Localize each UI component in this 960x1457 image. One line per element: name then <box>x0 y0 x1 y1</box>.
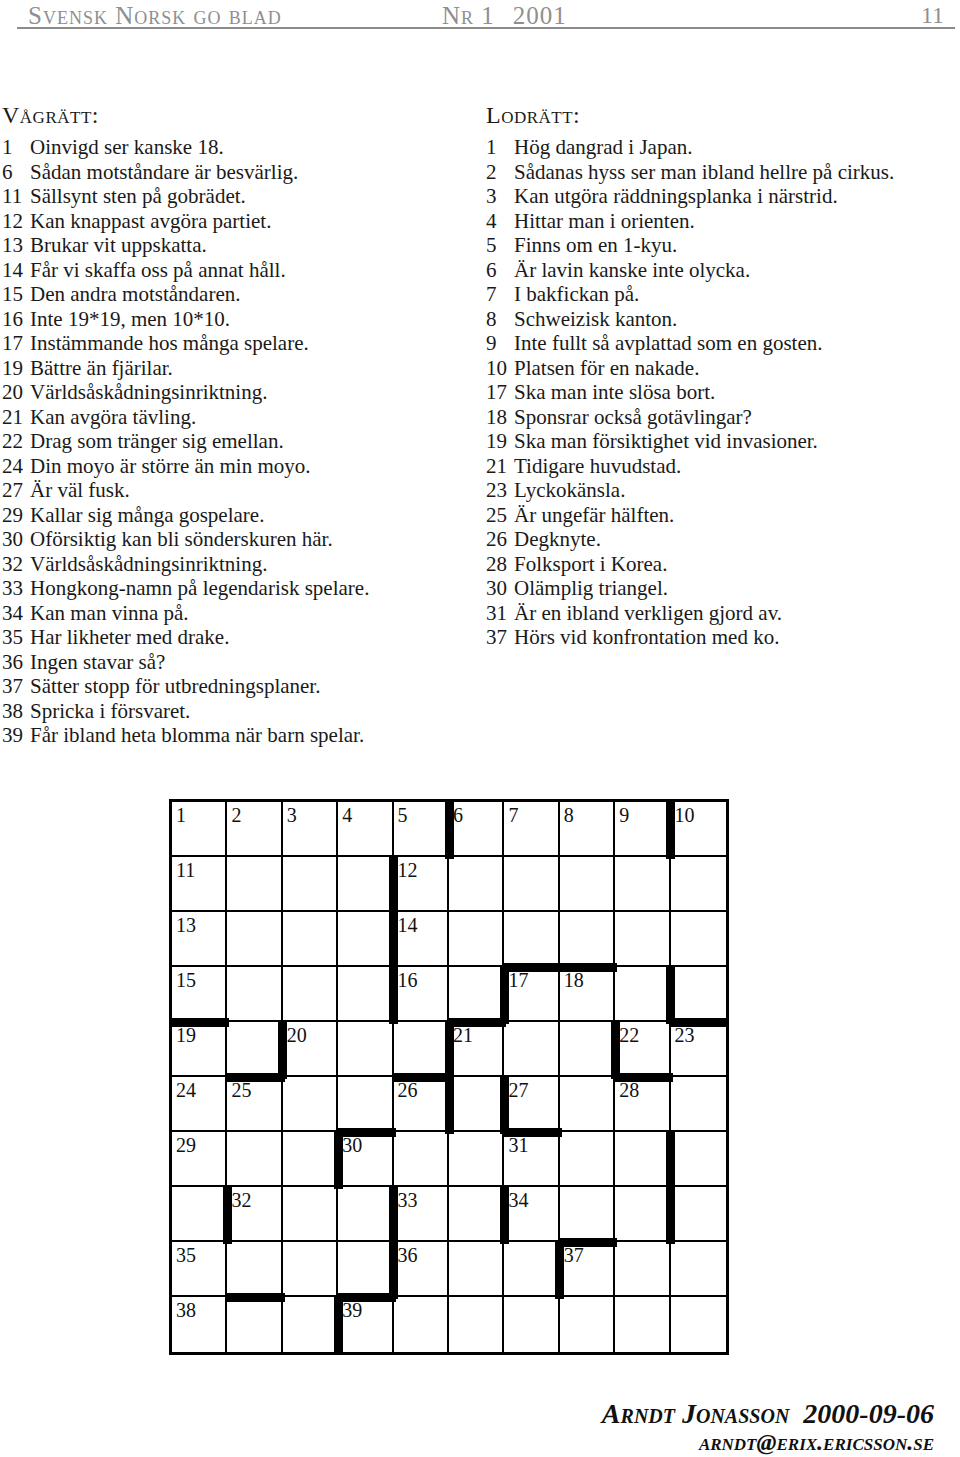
grid-cell[interactable] <box>227 912 282 967</box>
grid-cell[interactable] <box>449 1297 504 1352</box>
clue-number: 10 <box>486 356 514 381</box>
clue-row: 38Spricka i försvaret. <box>2 699 480 724</box>
cell-number: 3 <box>287 804 297 826</box>
clue-text: Den andra motståndaren. <box>30 282 480 307</box>
word-separator-bar <box>225 1293 284 1302</box>
clue-row: 19Bättre än fjärilar. <box>2 356 480 381</box>
cell-number: 1 <box>176 804 186 826</box>
clue-text: Sponsrar också gotävlingar? <box>514 405 958 430</box>
grid-cell[interactable] <box>615 1242 670 1297</box>
grid-cell[interactable] <box>449 1187 504 1242</box>
clue-text: Sådan motståndare är besvärlig. <box>30 160 480 185</box>
grid-cell[interactable] <box>227 967 282 1022</box>
clue-row: 2Sådanas hyss ser man ibland hellre på c… <box>486 160 958 185</box>
grid-cell[interactable] <box>338 1187 393 1242</box>
clue-number: 9 <box>486 331 514 356</box>
grid-cell[interactable] <box>560 1022 615 1077</box>
cell-number: 14 <box>398 914 418 936</box>
clue-text: Sätter stopp för utbredningsplaner. <box>30 674 480 699</box>
clue-row: 11Sällsynt sten på gobrädet. <box>2 184 480 209</box>
cell-number: 32 <box>231 1189 251 1211</box>
cell-number: 17 <box>508 969 528 991</box>
clue-row: 16Inte 19*19, men 10*10. <box>2 307 480 332</box>
grid-cell[interactable] <box>560 857 615 912</box>
clue-number: 24 <box>2 454 30 479</box>
clue-text: Instämmande hos många spelare. <box>30 331 480 356</box>
down-clues-title: Lodrätt: <box>486 101 958 129</box>
clue-text: Oinvigd ser kanske 18. <box>30 135 480 160</box>
cell-number: 4 <box>342 804 352 826</box>
clue-number: 1 <box>2 135 30 160</box>
clue-row: 6Sådan motståndare är besvärlig. <box>2 160 480 185</box>
grid-cell[interactable] <box>504 912 559 967</box>
clue-text: Hittar man i orienten. <box>514 209 958 234</box>
clue-number: 14 <box>2 258 30 283</box>
cell-number: 24 <box>176 1079 196 1101</box>
down-clues-list: 1Hög dangrad i Japan.2Sådanas hyss ser m… <box>486 135 958 650</box>
grid-cell[interactable] <box>615 1297 670 1352</box>
cell-number: 7 <box>508 804 518 826</box>
page-number: 11 <box>921 2 944 29</box>
cell-number: 28 <box>619 1079 639 1101</box>
clue-number: 3 <box>486 184 514 209</box>
grid-cell[interactable] <box>283 1187 338 1242</box>
clue-row: 13Brukar vit uppskatta. <box>2 233 480 258</box>
cell-number: 15 <box>176 969 196 991</box>
clue-number: 23 <box>486 478 514 503</box>
clue-text: Schweizisk kanton. <box>514 307 958 332</box>
clue-number: 28 <box>486 552 514 577</box>
issue-number: Nr 1 <box>442 2 495 29</box>
cell-number: 11 <box>176 859 195 881</box>
cell-number: 9 <box>619 804 629 826</box>
clue-number: 33 <box>2 576 30 601</box>
grid-cell[interactable] <box>394 1297 449 1352</box>
grid-cell[interactable] <box>394 1022 449 1077</box>
cell-number: 18 <box>564 969 584 991</box>
clue-number: 31 <box>486 601 514 626</box>
clue-number: 30 <box>486 576 514 601</box>
cell-number: 25 <box>231 1079 251 1101</box>
grid-cell[interactable] <box>449 1242 504 1297</box>
cell-number: 36 <box>398 1244 418 1266</box>
clue-text: Finns om en 1-kyu. <box>514 233 958 258</box>
grid-cell[interactable] <box>227 1242 282 1297</box>
clue-text: Degknyte. <box>514 527 958 552</box>
grid-cell[interactable] <box>283 1297 338 1352</box>
clue-row: 34Kan man vinna på. <box>2 601 480 626</box>
grid-cell[interactable] <box>615 1132 670 1187</box>
clue-text: Kan man vinna på. <box>30 601 480 626</box>
clue-text: Hongkong-namn på legendarisk spelare. <box>30 576 480 601</box>
cell-number: 5 <box>398 804 408 826</box>
clue-row: 32Världsåskådningsinriktning. <box>2 552 480 577</box>
clue-number: 2 <box>486 160 514 185</box>
grid-cell[interactable] <box>394 1132 449 1187</box>
clue-row: 31Är en ibland verkligen gjord av. <box>486 601 958 626</box>
cell-number: 13 <box>176 914 196 936</box>
clue-row: 23Lyckokänsla. <box>486 478 958 503</box>
magazine-page: Svensk Norsk go blad Nr 12001 11 Vågrätt… <box>0 0 960 1457</box>
clue-text: Sällsynt sten på gobrädet. <box>30 184 480 209</box>
across-clues-column: Vågrätt: 1Oinvigd ser kanske 18.6Sådan m… <box>2 101 480 748</box>
grid-cell[interactable] <box>671 1132 726 1187</box>
clue-number: 29 <box>2 503 30 528</box>
clue-text: Ska man försiktighet vid invasioner. <box>514 429 958 454</box>
clue-text: Kallar sig många gospelare. <box>30 503 480 528</box>
clue-row: 12Kan knappast avgöra partiet. <box>2 209 480 234</box>
clue-number: 19 <box>2 356 30 381</box>
down-clues-column: Lodrätt: 1Hög dangrad i Japan.2Sådanas h… <box>486 101 958 650</box>
clue-text: Kan avgöra tävling. <box>30 405 480 430</box>
clue-number: 34 <box>2 601 30 626</box>
grid-cell[interactable] <box>615 1187 670 1242</box>
clue-row: 25Är ungefär hälften. <box>486 503 958 528</box>
clue-number: 5 <box>486 233 514 258</box>
clue-number: 11 <box>2 184 30 209</box>
grid-cell[interactable] <box>227 1022 282 1077</box>
cell-number: 20 <box>287 1024 307 1046</box>
cell-number: 10 <box>675 804 695 826</box>
clue-number: 6 <box>2 160 30 185</box>
clue-number: 15 <box>2 282 30 307</box>
grid-cell[interactable] <box>338 967 393 1022</box>
cell-number: 35 <box>176 1244 196 1266</box>
magazine-title: Svensk Norsk go blad <box>28 2 282 30</box>
grid-cell[interactable] <box>560 912 615 967</box>
cell-number: 12 <box>398 859 418 881</box>
cell-number: 38 <box>176 1299 196 1321</box>
clue-text: Kan utgöra räddningsplanka i närstrid. <box>514 184 958 209</box>
clue-text: Är ungefär hälften. <box>514 503 958 528</box>
clue-text: Hörs vid konfrontation med ko. <box>514 625 958 650</box>
clue-row: 1Oinvigd ser kanske 18. <box>2 135 480 160</box>
clue-row: 17Ska man inte slösa bort. <box>486 380 958 405</box>
cell-number: 29 <box>176 1134 196 1156</box>
across-clues-title: Vågrätt: <box>2 101 480 129</box>
clue-row: 36Ingen stavar så? <box>2 650 480 675</box>
author-name: Arndt Jonasson <box>602 1398 789 1429</box>
clue-row: 18Sponsrar också gotävlingar? <box>486 405 958 430</box>
cell-number: 26 <box>398 1079 418 1101</box>
clue-row: 24Din moyo är större än min moyo. <box>2 454 480 479</box>
cell-number: 34 <box>508 1189 528 1211</box>
cell-number: 39 <box>342 1299 362 1321</box>
cell-number: 22 <box>619 1024 639 1046</box>
clue-row: 33Hongkong-namn på legendarisk spelare. <box>2 576 480 601</box>
page-footer: Arndt Jonasson2000-09-06 arndt@erix.eric… <box>602 1399 934 1455</box>
cell-number: 21 <box>453 1024 473 1046</box>
clue-row: 15Den andra motståndaren. <box>2 282 480 307</box>
clue-number: 16 <box>2 307 30 332</box>
clue-text: Inte fullt så avplattad som en gosten. <box>514 331 958 356</box>
clue-row: 39Får ibland heta blomma när barn spelar… <box>2 723 480 748</box>
cell-number: 33 <box>398 1189 418 1211</box>
clue-text: Är en ibland verkligen gjord av. <box>514 601 958 626</box>
across-clues-list: 1Oinvigd ser kanske 18.6Sådan motståndar… <box>2 135 480 748</box>
crossword-grid: 1234567891011121314151617181920212223242… <box>169 799 729 1355</box>
clue-row: 8Schweizisk kanton. <box>486 307 958 332</box>
clue-text: Olämplig triangel. <box>514 576 958 601</box>
grid-cell[interactable] <box>560 1187 615 1242</box>
clue-text: Sådanas hyss ser man ibland hellre på ci… <box>514 160 958 185</box>
clue-number: 30 <box>2 527 30 552</box>
author-line: Arndt Jonasson2000-09-06 <box>602 1399 934 1429</box>
grid-cell[interactable] <box>227 1132 282 1187</box>
word-separator-bar <box>666 1185 675 1244</box>
clue-number: 37 <box>2 674 30 699</box>
clue-row: 19Ska man försiktighet vid invasioner. <box>486 429 958 454</box>
clue-row: 10Platsen för en nakade. <box>486 356 958 381</box>
grid-cell[interactable] <box>283 912 338 967</box>
grid-cell[interactable] <box>449 857 504 912</box>
clue-number: 19 <box>486 429 514 454</box>
grid-cell[interactable] <box>283 1242 338 1297</box>
clue-row: 30Oförsiktig kan bli sönderskuren här. <box>2 527 480 552</box>
clue-row: 27Är väl fusk. <box>2 478 480 503</box>
clue-text: Platsen för en nakade. <box>514 356 958 381</box>
clue-row: 6Är lavin kanske inte olycka. <box>486 258 958 283</box>
cell-number: 37 <box>564 1244 584 1266</box>
clue-row: 4Hittar man i orienten. <box>486 209 958 234</box>
clue-row: 21Kan avgöra tävling. <box>2 405 480 430</box>
clue-text: Har likheter med drake. <box>30 625 480 650</box>
grid-cell[interactable] <box>615 857 670 912</box>
clue-number: 18 <box>486 405 514 430</box>
clue-row: 1Hög dangrad i Japan. <box>486 135 958 160</box>
clue-row: 35Har likheter med drake. <box>2 625 480 650</box>
clue-text: Är lavin kanske inte olycka. <box>514 258 958 283</box>
clue-text: Bättre än fjärilar. <box>30 356 480 381</box>
clue-row: 26Degknyte. <box>486 527 958 552</box>
clue-text: Är väl fusk. <box>30 478 480 503</box>
grid-cell[interactable] <box>504 857 559 912</box>
grid-cell[interactable] <box>449 1077 504 1132</box>
clue-text: Tidigare huvudstad. <box>514 454 958 479</box>
clue-text: Får vi skaffa oss på annat håll. <box>30 258 480 283</box>
cell-number: 31 <box>508 1134 528 1156</box>
word-separator-bar <box>666 1130 675 1189</box>
grid-cell[interactable] <box>504 1022 559 1077</box>
clue-text: Oförsiktig kan bli sönderskuren här. <box>30 527 480 552</box>
clue-number: 22 <box>2 429 30 454</box>
cell-number: 27 <box>508 1079 528 1101</box>
clue-number: 32 <box>2 552 30 577</box>
clue-text: Världsåskådningsinriktning. <box>30 552 480 577</box>
grid-cell[interactable] <box>283 967 338 1022</box>
grid-cell[interactable] <box>449 1132 504 1187</box>
clue-row: 30Olämplig triangel. <box>486 576 958 601</box>
grid-cell[interactable] <box>449 967 504 1022</box>
grid-cell[interactable] <box>671 1297 726 1352</box>
clue-number: 8 <box>486 307 514 332</box>
grid-cell[interactable] <box>449 912 504 967</box>
clue-number: 35 <box>2 625 30 650</box>
grid-cell[interactable] <box>338 1242 393 1297</box>
issue-year: 2001 <box>513 2 567 29</box>
clue-row: 3Kan utgöra räddningsplanka i närstrid. <box>486 184 958 209</box>
clue-number: 17 <box>2 331 30 356</box>
clue-number: 4 <box>486 209 514 234</box>
clue-number: 36 <box>2 650 30 675</box>
grid-cell[interactable] <box>671 912 726 967</box>
clue-row: 28Folksport i Korea. <box>486 552 958 577</box>
clue-number: 26 <box>486 527 514 552</box>
cell-number: 23 <box>675 1024 695 1046</box>
grid-cell[interactable] <box>504 1297 559 1352</box>
grid-cell[interactable] <box>615 967 670 1022</box>
clue-row: 21Tidigare huvudstad. <box>486 454 958 479</box>
clue-number: 39 <box>2 723 30 748</box>
grid-cell[interactable] <box>560 1077 615 1132</box>
clue-row: 7I bakfickan på. <box>486 282 958 307</box>
grid-cell[interactable] <box>560 1132 615 1187</box>
clue-row: 9Inte fullt så avplattad som en gosten. <box>486 331 958 356</box>
cell-number: 19 <box>176 1024 196 1046</box>
clue-text: Folksport i Korea. <box>514 552 958 577</box>
grid-cell[interactable] <box>671 1077 726 1132</box>
clue-row: 22Drag som tränger sig emellan. <box>2 429 480 454</box>
clue-text: Brukar vit uppskatta. <box>30 233 480 258</box>
clue-number: 27 <box>2 478 30 503</box>
grid-cell[interactable] <box>504 1242 559 1297</box>
clue-number: 1 <box>486 135 514 160</box>
clue-text: Ska man inte slösa bort. <box>514 380 958 405</box>
clue-row: 17Instämmande hos många spelare. <box>2 331 480 356</box>
clue-text: Lyckokänsla. <box>514 478 958 503</box>
grid-cell[interactable] <box>671 1242 726 1297</box>
clue-text: Världsåskådningsinriktning. <box>30 380 480 405</box>
clue-row: 29Kallar sig många gospelare. <box>2 503 480 528</box>
clue-number: 7 <box>486 282 514 307</box>
grid-cell[interactable] <box>283 1132 338 1187</box>
cell-number: 16 <box>398 969 418 991</box>
grid-cell[interactable] <box>227 1297 282 1352</box>
clue-text: Spricka i försvaret. <box>30 699 480 724</box>
clue-text: Drag som tränger sig emellan. <box>30 429 480 454</box>
grid-cell[interactable] <box>671 857 726 912</box>
header-rule <box>17 27 955 29</box>
clue-number: 21 <box>2 405 30 430</box>
clue-text: Din moyo är större än min moyo. <box>30 454 480 479</box>
grid-cell[interactable] <box>283 857 338 912</box>
cell-number: 8 <box>564 804 574 826</box>
clue-number: 13 <box>2 233 30 258</box>
grid-cell[interactable] <box>227 857 282 912</box>
clue-number: 12 <box>2 209 30 234</box>
word-separator-bar <box>445 1075 454 1134</box>
clue-text: I bakfickan på. <box>514 282 958 307</box>
clue-number: 37 <box>486 625 514 650</box>
clue-number: 21 <box>486 454 514 479</box>
puzzle-date: 2000-09-06 <box>803 1398 934 1429</box>
grid-cell[interactable] <box>338 857 393 912</box>
clue-text: Får ibland heta blomma när barn spelar. <box>30 723 480 748</box>
clue-row: 37Hörs vid konfrontation med ko. <box>486 625 958 650</box>
clue-text: Kan knappast avgöra partiet. <box>30 209 480 234</box>
cell-number: 6 <box>453 804 463 826</box>
grid-cell[interactable] <box>560 1297 615 1352</box>
grid-cell[interactable] <box>283 1077 338 1132</box>
grid-cell[interactable] <box>338 1022 393 1077</box>
clue-number: 38 <box>2 699 30 724</box>
author-email: arndt@erix.ericsson.se <box>602 1429 934 1455</box>
clue-text: Hög dangrad i Japan. <box>514 135 958 160</box>
clue-row: 14Får vi skaffa oss på annat håll. <box>2 258 480 283</box>
clue-text: Ingen stavar så? <box>30 650 480 675</box>
grid-cell[interactable] <box>338 1077 393 1132</box>
grid-cell[interactable] <box>671 967 726 1022</box>
word-separator-bar <box>666 965 675 1024</box>
clue-number: 25 <box>486 503 514 528</box>
grid-cell[interactable] <box>671 1187 726 1242</box>
issue-label: Nr 12001 <box>442 2 567 30</box>
clue-number: 20 <box>2 380 30 405</box>
cell-number: 30 <box>342 1134 362 1156</box>
clue-row: 37Sätter stopp för utbredningsplaner. <box>2 674 480 699</box>
grid-cell[interactable] <box>615 912 670 967</box>
grid-cell[interactable] <box>338 912 393 967</box>
clue-number: 6 <box>486 258 514 283</box>
cell-number: 2 <box>231 804 241 826</box>
clue-row: 20Världsåskådningsinriktning. <box>2 380 480 405</box>
clue-number: 17 <box>486 380 514 405</box>
clue-row: 5Finns om en 1-kyu. <box>486 233 958 258</box>
clue-text: Inte 19*19, men 10*10. <box>30 307 480 332</box>
grid-cell[interactable] <box>172 1187 227 1242</box>
